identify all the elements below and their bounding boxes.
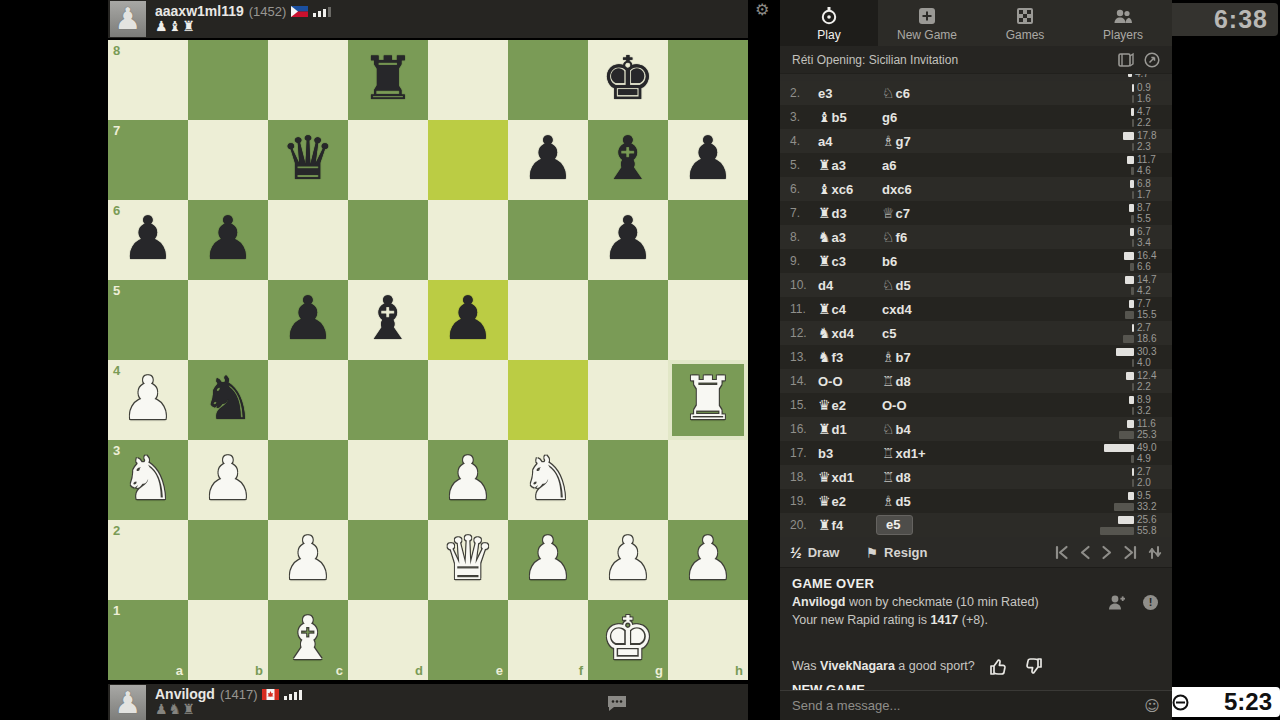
move-number: 20. xyxy=(780,518,810,532)
time-value: 2.7 xyxy=(1137,466,1166,477)
file-label-b: b xyxy=(255,663,263,678)
file-label-a: a xyxy=(176,663,183,678)
time-bar xyxy=(1132,383,1134,391)
white-move-b5[interactable]: ♝b5 xyxy=(810,110,876,125)
black-queen-c7: ♛ xyxy=(268,120,348,200)
black-move-cxd4[interactable]: cxd4 xyxy=(876,302,1094,317)
time-value: 4.2 xyxy=(1137,285,1166,296)
black-knight-b4: ♞ xyxy=(188,360,268,440)
square-a1[interactable]: 1a xyxy=(108,600,188,680)
time-bar xyxy=(1114,503,1134,511)
square-h3[interactable] xyxy=(668,440,748,520)
square-g7[interactable]: ♝ xyxy=(588,120,668,200)
white-piece-icon: ♜ xyxy=(818,157,831,173)
time-value: 11.7 xyxy=(1137,154,1166,165)
player-name[interactable]: Anvilogd xyxy=(155,686,215,702)
square-e4[interactable] xyxy=(428,360,508,440)
move-times: 16.46.6 xyxy=(1094,251,1172,272)
time-bar xyxy=(1129,300,1134,308)
white-piece-icon: ♜ xyxy=(818,421,831,437)
move-times: 0.91.6 xyxy=(1094,83,1172,104)
square-c3[interactable] xyxy=(268,440,348,520)
time-bar xyxy=(1132,324,1134,332)
square-e5[interactable]: ♟ xyxy=(428,280,508,360)
time-value: 16.4 xyxy=(1137,250,1166,261)
resign-flag-icon: ⚑ xyxy=(865,545,878,561)
rank-label-6: 6 xyxy=(113,203,120,218)
black-pawn-e5: ♟ xyxy=(428,280,508,360)
move-row-12: 12.♞xd4c52.718.6 xyxy=(780,321,1172,345)
rank-label-2: 2 xyxy=(113,523,120,538)
time-value: 12.4 xyxy=(1137,370,1166,381)
new-game-plus-icon xyxy=(878,6,976,26)
rank-label-5: 5 xyxy=(113,283,120,298)
square-g6[interactable]: ♟ xyxy=(588,200,668,280)
white-move-xd4[interactable]: ♞xd4 xyxy=(810,326,876,341)
move-row-5: 5.♜a3a611.74.6 xyxy=(780,153,1172,177)
white-piece-icon: ♛ xyxy=(818,469,831,485)
time-bar xyxy=(1127,420,1134,428)
half-point-icon: ½ xyxy=(790,545,802,561)
square-c8[interactable] xyxy=(268,40,348,120)
time-value: 6.6 xyxy=(1137,261,1166,272)
white-piece-icon: ♞ xyxy=(818,349,831,365)
tab-new-game[interactable]: New Game xyxy=(878,0,976,46)
time-value: 6.7 xyxy=(1137,226,1166,237)
square-e6[interactable] xyxy=(428,200,508,280)
white-move-xd1[interactable]: ♛xd1 xyxy=(810,470,876,485)
previous-move-button[interactable] xyxy=(1079,545,1091,560)
file-label-f: f xyxy=(579,663,583,678)
move-number: 10. xyxy=(780,278,810,292)
white-move-d1[interactable]: ♜d1 xyxy=(810,422,876,437)
square-h6[interactable] xyxy=(668,200,748,280)
white-queen-e2: ♛ xyxy=(428,520,508,600)
black-bishop-d5: ♝ xyxy=(348,280,428,360)
black-move-d5[interactable]: ♘d5 xyxy=(876,278,1094,293)
time-value: 25.6 xyxy=(1137,514,1166,525)
white-pawn-b3: ♟ xyxy=(188,440,268,520)
chat-input[interactable]: Send a message... xyxy=(792,698,1144,713)
rank-label-1: 1 xyxy=(113,603,120,618)
time-value: 5.5 xyxy=(1137,213,1166,224)
square-a5[interactable]: 5 xyxy=(108,280,188,360)
time-bar xyxy=(1132,119,1134,127)
rank-label-8: 8 xyxy=(113,43,120,58)
white-piece-icon: ♜ xyxy=(818,253,831,269)
square-b7[interactable] xyxy=(188,120,268,200)
black-move-b7[interactable]: ♗b7 xyxy=(876,350,1094,365)
square-d4[interactable] xyxy=(348,360,428,440)
white-piece-icon: ♛ xyxy=(818,397,831,413)
square-f3[interactable]: ♞ xyxy=(508,440,588,520)
time-bar xyxy=(1116,348,1135,356)
time-value: 33.2 xyxy=(1137,501,1166,512)
move-row-19: 19.♛e2♗d59.533.2 xyxy=(780,489,1172,513)
black-move-f6[interactable]: ♘f6 xyxy=(876,230,1094,245)
square-b3[interactable]: ♟ xyxy=(188,440,268,520)
white-move-a3[interactable]: ♜a3 xyxy=(810,158,876,173)
move-times: 6.73.4 xyxy=(1094,227,1172,248)
captured-knight-icon: ♞ xyxy=(169,701,182,717)
time-bar xyxy=(1130,228,1134,236)
time-bar xyxy=(1100,527,1134,535)
time-value: 55.8 xyxy=(1137,525,1166,536)
black-move-xd1+[interactable]: ♖xd1+ xyxy=(876,446,1094,461)
thumbs-down-icon[interactable] xyxy=(1023,657,1043,676)
resign-button[interactable]: ⚑ Resign xyxy=(865,545,927,561)
chat-bubble-icon[interactable] xyxy=(606,694,628,712)
time-value: 4.7 xyxy=(1137,106,1166,117)
square-e3[interactable]: ♟ xyxy=(428,440,508,520)
time-value: 2.3 xyxy=(1137,141,1166,152)
time-bar xyxy=(1131,287,1134,295)
square-f2[interactable]: ♟ xyxy=(508,520,588,600)
white-move-d3[interactable]: ♜d3 xyxy=(810,206,876,221)
report-icon[interactable]: ! xyxy=(1143,595,1158,610)
square-d1[interactable]: d xyxy=(348,600,428,680)
file-label-c: c xyxy=(336,663,343,678)
square-b1[interactable]: b xyxy=(188,600,268,680)
black-move-b4[interactable]: ♘b4 xyxy=(876,422,1094,437)
square-d6[interactable] xyxy=(348,200,428,280)
captured-pawn-icon: ♟ xyxy=(155,18,168,34)
time-value: 2.2 xyxy=(1137,117,1166,128)
square-d7[interactable] xyxy=(348,120,428,200)
white-move-a4[interactable]: a4 xyxy=(810,134,876,149)
time-value: 4.9 xyxy=(1137,453,1166,464)
sportsmanship-question: Was VivekNagara a good sport? xyxy=(792,659,975,673)
time-bar xyxy=(1132,359,1134,367)
players-icon xyxy=(1074,6,1172,26)
game-controls: ½ Draw ⚑ Resign xyxy=(780,538,1172,568)
square-f1[interactable]: f xyxy=(508,600,588,680)
next-move-button[interactable] xyxy=(1101,545,1113,560)
white-move-c3[interactable]: ♜c3 xyxy=(810,254,876,269)
opponent-bar: ♟ aaaxw1ml119 (1452) ♟♝♜ xyxy=(108,0,748,38)
thumbs-up-icon[interactable] xyxy=(989,657,1009,676)
black-pawn-g6: ♟ xyxy=(588,200,668,280)
time-bar xyxy=(1132,143,1134,151)
time-bar xyxy=(1130,263,1134,271)
black-piece-icon: ♘ xyxy=(882,85,895,101)
square-d3[interactable] xyxy=(348,440,428,520)
time-value: 18.6 xyxy=(1137,333,1166,344)
white-move-f3[interactable]: ♞f3 xyxy=(810,350,876,365)
player-avatar[interactable]: ♟ xyxy=(110,685,146,720)
square-c1[interactable]: ♝c xyxy=(268,600,348,680)
white-knight-f3: ♞ xyxy=(508,440,588,520)
black-move-g6[interactable]: g6 xyxy=(876,110,1094,125)
time-bar xyxy=(1124,252,1134,260)
move-row-15: 15.♛e2O-O8.93.2 xyxy=(780,393,1172,417)
clock-icon xyxy=(1172,694,1189,711)
rank-label-3: 3 xyxy=(113,443,120,458)
move-times: 30.34.0 xyxy=(1094,347,1172,368)
move-number: 18. xyxy=(780,470,810,484)
time-bar xyxy=(1104,444,1134,452)
square-f8[interactable] xyxy=(508,40,588,120)
square-g1[interactable]: ♚g xyxy=(588,600,668,680)
white-move-e2[interactable]: ♛e2 xyxy=(810,494,876,509)
square-b2[interactable] xyxy=(188,520,268,600)
rank-label-7: 7 xyxy=(113,123,120,138)
square-d2[interactable] xyxy=(348,520,428,600)
black-king-g8: ♚ xyxy=(588,40,668,120)
time-bar xyxy=(1132,239,1134,247)
square-a3[interactable]: ♞3 xyxy=(108,440,188,520)
square-h8[interactable] xyxy=(668,40,748,120)
square-c7[interactable]: ♛ xyxy=(268,120,348,200)
sidebar: Play New Game Games Players Réti Opening… xyxy=(780,0,1172,720)
move-times: 8.93.2 xyxy=(1094,395,1172,416)
black-piece-icon: ♗ xyxy=(882,493,895,509)
time-bar xyxy=(1125,276,1134,284)
philippines-flag-icon xyxy=(291,6,308,17)
time-value: 17.8 xyxy=(1137,130,1166,141)
square-h4[interactable]: ♜ xyxy=(668,360,748,440)
black-bishop-g7: ♝ xyxy=(588,120,668,200)
white-move-f4[interactable]: ♜f4 xyxy=(810,518,876,533)
white-rook-h4: ♜ xyxy=(668,360,748,440)
black-move-O-O[interactable]: O-O xyxy=(876,398,1094,413)
time-value: 2.0 xyxy=(1137,477,1166,488)
square-c5[interactable]: ♟ xyxy=(268,280,348,360)
move-row-13: 13.♞f3♗b730.34.0 xyxy=(780,345,1172,369)
time-value: 8.7 xyxy=(1137,202,1166,213)
move-row-10: 10.d4♘d514.74.2 xyxy=(780,273,1172,297)
time-value: 4.6 xyxy=(1137,165,1166,176)
play-timer-icon xyxy=(780,6,878,26)
time-value: 1.6 xyxy=(1137,93,1166,104)
time-bar xyxy=(1129,204,1134,212)
video-frame: ♟ aaaxw1ml119 (1452) ♟♝♜ 6:38 ⚙ 8♜♚7♛♟♝♟… xyxy=(0,0,1280,720)
white-move-a3[interactable]: ♞a3 xyxy=(810,230,876,245)
tab-games[interactable]: Games xyxy=(976,0,1074,46)
square-e1[interactable]: e xyxy=(428,600,508,680)
time-bar xyxy=(1132,468,1134,476)
move-times: 2.72.0 xyxy=(1094,467,1172,488)
white-move-b3[interactable]: b3 xyxy=(810,446,876,461)
move-times: 9.533.2 xyxy=(1094,491,1172,512)
square-f7[interactable]: ♟ xyxy=(508,120,588,200)
time-value: 3.4 xyxy=(1137,237,1166,248)
captured-rook-icon: ♜ xyxy=(182,18,195,34)
move-times: 25.655.8 xyxy=(1094,515,1172,536)
square-c4[interactable] xyxy=(268,360,348,440)
white-piece-icon: ♜ xyxy=(818,301,831,317)
time-value: 3.2 xyxy=(1137,405,1166,416)
time-value: 0.9 xyxy=(1137,82,1166,93)
sportsmanship-row: Was VivekNagara a good sport? xyxy=(780,644,1172,678)
white-piece-icon: ♝ xyxy=(818,109,831,125)
last-move-button[interactable] xyxy=(1123,545,1138,560)
black-move-b6[interactable]: b6 xyxy=(876,254,1094,269)
black-move-d5[interactable]: ♗d5 xyxy=(876,494,1094,509)
move-number: 2. xyxy=(780,86,810,100)
chess-board[interactable]: 8♜♚7♛♟♝♟♟6♟♟5♟♝♟♟4♞♜♞3♟♟♞2♟♛♟♟♟1ab♝cdef♚… xyxy=(108,40,748,680)
square-c6[interactable] xyxy=(268,200,348,280)
black-piece-icon: ♘ xyxy=(882,229,895,245)
add-friend-icon[interactable] xyxy=(1107,594,1125,610)
move-times: 7.715.5 xyxy=(1094,299,1172,320)
square-h1[interactable]: h xyxy=(668,600,748,680)
tab-play[interactable]: Play xyxy=(780,0,878,46)
black-move-c7[interactable]: ♕c7 xyxy=(876,206,1094,221)
move-row-7: 7.♜d3♕c78.75.5 xyxy=(780,201,1172,225)
emoji-smiley-icon[interactable]: ☺ xyxy=(1144,697,1160,715)
white-move-e2[interactable]: ♛e2 xyxy=(810,398,876,413)
time-bar xyxy=(1131,108,1134,116)
square-a4[interactable]: ♟4 xyxy=(108,360,188,440)
black-pawn-b6: ♟ xyxy=(188,200,268,280)
first-move-button[interactable] xyxy=(1054,545,1069,560)
file-label-g: g xyxy=(655,663,663,678)
black-move-a6[interactable]: a6 xyxy=(876,158,1094,173)
white-move-c4[interactable]: ♜c4 xyxy=(810,302,876,317)
move-times: 11.625.3 xyxy=(1094,419,1172,440)
time-bar xyxy=(1127,156,1134,164)
captured-bishop-icon: ♝ xyxy=(169,18,182,34)
square-b5[interactable] xyxy=(188,280,268,360)
move-times: 6.81.7 xyxy=(1094,179,1172,200)
square-a2[interactable]: 2 xyxy=(108,520,188,600)
square-h5[interactable] xyxy=(668,280,748,360)
square-g8[interactable]: ♚ xyxy=(588,40,668,120)
time-bar xyxy=(1132,407,1134,415)
square-a7[interactable]: 7 xyxy=(108,120,188,200)
clipped-move-row: 4.7 xyxy=(780,74,1172,81)
black-move-d8[interactable]: ♖d8 xyxy=(876,470,1094,485)
square-e2[interactable]: ♛ xyxy=(428,520,508,600)
game-over-result: Anvilogd won by checkmate (10 min Rated) xyxy=(792,595,1160,609)
time-value: 4.0 xyxy=(1137,357,1166,368)
opponent-rating: (1452) xyxy=(249,4,287,19)
explorer-compass-icon[interactable] xyxy=(1144,52,1160,68)
square-f4[interactable] xyxy=(508,360,588,440)
black-rook-d8: ♜ xyxy=(348,40,428,120)
opponent-name[interactable]: aaaxw1ml119 xyxy=(155,3,244,19)
square-b6[interactable]: ♟ xyxy=(188,200,268,280)
square-e7[interactable] xyxy=(428,120,508,200)
black-pawn-c5: ♟ xyxy=(268,280,348,360)
captured-rook-icon: ♜ xyxy=(182,701,195,717)
square-f5[interactable] xyxy=(508,280,588,360)
square-g4[interactable] xyxy=(588,360,668,440)
move-number: 16. xyxy=(780,422,810,436)
white-pawn-c2: ♟ xyxy=(268,520,348,600)
white-piece-icon: ♞ xyxy=(818,325,831,341)
move-row-17: 17.b3♖xd1+49.04.9 xyxy=(780,441,1172,465)
new-rating-line: Your new Rapid rating is 1417 (+8). xyxy=(792,613,1160,627)
black-piece-icon: ♖ xyxy=(882,445,895,461)
file-label-d: d xyxy=(415,663,423,678)
square-c2[interactable]: ♟ xyxy=(268,520,348,600)
square-g3[interactable] xyxy=(588,440,668,520)
black-piece-icon: ♗ xyxy=(882,349,895,365)
time-bar xyxy=(1132,84,1134,92)
black-piece-icon: ♗ xyxy=(882,133,895,149)
square-b8[interactable] xyxy=(188,40,268,120)
move-times: 49.04.9 xyxy=(1094,443,1172,464)
time-bar xyxy=(1128,492,1134,500)
white-move-e3[interactable]: e3 xyxy=(810,86,876,101)
white-piece-icon: ♝ xyxy=(818,181,831,197)
square-a6[interactable]: ♟6 xyxy=(108,200,188,280)
white-move-xc6[interactable]: ♝xc6 xyxy=(810,182,876,197)
draw-button[interactable]: ½ Draw xyxy=(790,545,839,561)
move-number: 4. xyxy=(780,134,810,148)
move-number: 19. xyxy=(780,494,810,508)
black-move-e5[interactable]: e5 xyxy=(876,515,1094,535)
move-row-18: 18.♛xd1♖d82.72.0 xyxy=(780,465,1172,489)
opening-name: Réti Opening: Sicilian Invitation xyxy=(792,53,1108,67)
settings-gear-icon[interactable]: ⚙ xyxy=(755,0,769,20)
time-value: 49.0 xyxy=(1137,442,1166,453)
player-rating: (1417) xyxy=(220,687,258,702)
tab-bar: Play New Game Games Players xyxy=(780,0,1172,46)
white-piece-icon: ♛ xyxy=(818,493,831,509)
time-bar xyxy=(1131,455,1134,463)
square-h7[interactable]: ♟ xyxy=(668,120,748,200)
black-move-g7[interactable]: ♗g7 xyxy=(876,134,1094,149)
black-move-c6[interactable]: ♘c6 xyxy=(876,86,1094,101)
move-row-2: 2.e3♘c60.91.6 xyxy=(780,81,1172,105)
connection-signal-icon xyxy=(313,6,331,17)
move-row-20: 20.♜f4e525.655.8 xyxy=(780,513,1172,537)
white-move-O-O[interactable]: O-O xyxy=(810,374,876,389)
square-f6[interactable] xyxy=(508,200,588,280)
file-label-h: h xyxy=(735,663,743,678)
move-list[interactable]: 4.72.e3♘c60.91.63.♝b5g64.72.24.a4♗g717.8… xyxy=(780,74,1172,538)
tab-players[interactable]: Players xyxy=(1074,0,1172,46)
move-times: 8.75.5 xyxy=(1094,203,1172,224)
black-piece-icon: ♘ xyxy=(882,421,895,437)
opening-book-icon[interactable] xyxy=(1118,52,1134,67)
square-d8[interactable]: ♜ xyxy=(348,40,428,120)
black-move-d8[interactable]: ♖d8 xyxy=(876,374,1094,389)
black-pawn-h7: ♟ xyxy=(668,120,748,200)
white-move-d4[interactable]: d4 xyxy=(810,278,876,293)
time-bar xyxy=(1131,167,1134,175)
player-bar: ♟ Anvilogd (1417) ♟♞♜ xyxy=(108,684,748,720)
square-g2[interactable]: ♟ xyxy=(588,520,668,600)
time-bar xyxy=(1123,335,1134,343)
connection-signal-icon xyxy=(284,689,302,700)
time-value: 7.7 xyxy=(1137,298,1166,309)
flip-board-button[interactable] xyxy=(1148,545,1162,560)
black-move-c5[interactable]: c5 xyxy=(876,326,1094,341)
black-move-dxc6[interactable]: dxc6 xyxy=(876,182,1094,197)
move-row-3: 3.♝b5g64.72.2 xyxy=(780,105,1172,129)
time-value: 15.5 xyxy=(1137,309,1166,320)
move-number: 7. xyxy=(780,206,810,220)
square-h2[interactable]: ♟ xyxy=(668,520,748,600)
square-g5[interactable] xyxy=(588,280,668,360)
white-pawn-g2: ♟ xyxy=(588,520,668,600)
move-number: 8. xyxy=(780,230,810,244)
time-bar xyxy=(1132,95,1134,103)
move-row-16: 16.♜d1♘b411.625.3 xyxy=(780,417,1172,441)
white-piece-icon: ♜ xyxy=(818,205,831,221)
opponent-avatar[interactable]: ♟ xyxy=(110,1,146,37)
move-row-8: 8.♞a3♘f66.73.4 xyxy=(780,225,1172,249)
square-b4[interactable]: ♞ xyxy=(188,360,268,440)
square-d5[interactable]: ♝ xyxy=(348,280,428,360)
square-a8[interactable]: 8 xyxy=(108,40,188,120)
square-e8[interactable] xyxy=(428,40,508,120)
black-pawn-f7: ♟ xyxy=(508,120,588,200)
